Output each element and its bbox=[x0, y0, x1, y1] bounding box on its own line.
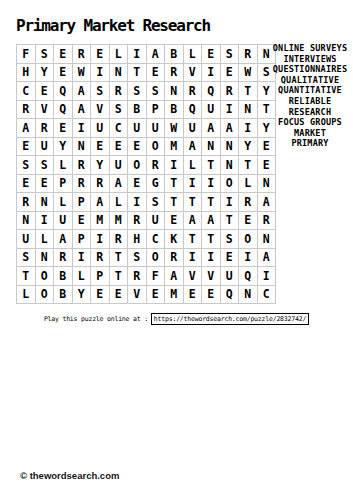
word-list-item: QUESTIONNAIRES bbox=[267, 64, 353, 75]
grid-cell: B bbox=[128, 101, 147, 120]
grid-cell: B bbox=[54, 286, 73, 305]
grid-cell: S bbox=[221, 230, 240, 249]
grid-cell: T bbox=[239, 82, 258, 101]
word-list-item: QUANTITATIVE bbox=[267, 85, 353, 96]
grid-cell: U bbox=[36, 138, 55, 157]
grid-cell: Y bbox=[73, 286, 92, 305]
word-list-item: MARKET bbox=[267, 128, 353, 139]
grid-cell: S bbox=[147, 193, 166, 212]
grid-cell: R bbox=[147, 156, 166, 175]
grid-cell: R bbox=[54, 249, 73, 268]
grid-cell: E bbox=[36, 82, 55, 101]
grid-cell: A bbox=[202, 212, 221, 231]
grid-cell: A bbox=[147, 45, 166, 64]
grid-cell: R bbox=[221, 82, 240, 101]
grid-cell: I bbox=[128, 193, 147, 212]
grid-cell: E bbox=[91, 138, 110, 157]
grid-cell: V bbox=[184, 64, 203, 83]
grid-cell: R bbox=[128, 212, 147, 231]
grid-cell: L bbox=[110, 193, 129, 212]
grid-cell: Y bbox=[36, 64, 55, 83]
grid-cell: P bbox=[54, 175, 73, 194]
grid-cell: N bbox=[73, 138, 92, 157]
grid-cell: T bbox=[184, 230, 203, 249]
word-list-item: INTERVIEWS bbox=[267, 54, 353, 65]
grid-cell: T bbox=[239, 156, 258, 175]
grid-cell: S bbox=[17, 156, 36, 175]
grid-cell: P bbox=[73, 193, 92, 212]
grid-cell: E bbox=[110, 138, 129, 157]
grid-cell: I bbox=[239, 249, 258, 268]
grid-cell: E bbox=[54, 64, 73, 83]
grid-cell: A bbox=[110, 175, 129, 194]
grid-cell: E bbox=[128, 175, 147, 194]
grid-cell: Y bbox=[91, 156, 110, 175]
grid-cell: Q bbox=[239, 267, 258, 286]
grid-cell: E bbox=[239, 212, 258, 231]
grid-cell: V bbox=[184, 267, 203, 286]
grid-cell: U bbox=[91, 119, 110, 138]
grid-cell: I bbox=[73, 119, 92, 138]
grid-cell: B bbox=[54, 267, 73, 286]
page: Primary Market Research FSERELIABLESRNHY… bbox=[0, 0, 353, 500]
grid-cell: S bbox=[17, 249, 36, 268]
grid-cell: A bbox=[258, 193, 277, 212]
grid-cell: U bbox=[17, 230, 36, 249]
grid-cell: R bbox=[73, 45, 92, 64]
word-list: ONLINE SURVEYSINTERVIEWSQUESTIONNAIRESQU… bbox=[267, 43, 353, 149]
grid-cell: S bbox=[36, 45, 55, 64]
grid-cell: H bbox=[17, 64, 36, 83]
grid-cell: N bbox=[36, 249, 55, 268]
grid-cell: O bbox=[221, 175, 240, 194]
grid-cell: T bbox=[110, 267, 129, 286]
grid-cell: E bbox=[36, 175, 55, 194]
grid-cell: R bbox=[110, 82, 129, 101]
grid-cell: F bbox=[17, 45, 36, 64]
grid-cell: A bbox=[184, 138, 203, 157]
grid-cell: P bbox=[73, 230, 92, 249]
grid-cell: E bbox=[184, 286, 203, 305]
grid-cell: E bbox=[91, 45, 110, 64]
grid-cell: I bbox=[202, 249, 221, 268]
grid-cell: S bbox=[147, 82, 166, 101]
grid-cell: A bbox=[202, 119, 221, 138]
grid-cell: O bbox=[36, 286, 55, 305]
grid-cell: N bbox=[239, 286, 258, 305]
grid-cell: E bbox=[128, 138, 147, 157]
word-list-item: RESEARCH bbox=[267, 107, 353, 118]
grid-cell: E bbox=[202, 45, 221, 64]
grid-cell: E bbox=[54, 119, 73, 138]
grid-cell: E bbox=[17, 138, 36, 157]
grid-cell: R bbox=[17, 101, 36, 120]
grid-cell: E bbox=[221, 249, 240, 268]
grid-cell: C bbox=[258, 286, 277, 305]
grid-cell: A bbox=[165, 267, 184, 286]
grid-cell: K bbox=[165, 230, 184, 249]
grid-cell: M bbox=[165, 138, 184, 157]
grid-cell: I bbox=[202, 175, 221, 194]
grid-cell: E bbox=[17, 175, 36, 194]
grid-cell: T bbox=[165, 175, 184, 194]
grid-cell: N bbox=[110, 64, 129, 83]
grid-cell: P bbox=[91, 267, 110, 286]
grid-cell: Q bbox=[221, 286, 240, 305]
grid-cell: I bbox=[128, 45, 147, 64]
grid-cell: W bbox=[239, 64, 258, 83]
grid-cell: L bbox=[184, 45, 203, 64]
grid-cell: L bbox=[110, 45, 129, 64]
word-list-item: ONLINE SURVEYS bbox=[267, 43, 353, 54]
grid-cell: O bbox=[147, 249, 166, 268]
grid-cell: G bbox=[147, 175, 166, 194]
grid-cell: T bbox=[128, 64, 147, 83]
grid-cell: E bbox=[54, 45, 73, 64]
grid-cell: R bbox=[73, 156, 92, 175]
grid-cell: Q bbox=[54, 82, 73, 101]
grid-cell: C bbox=[17, 82, 36, 101]
grid-cell: Q bbox=[202, 82, 221, 101]
grid-cell: R bbox=[258, 212, 277, 231]
grid-cell: I bbox=[36, 212, 55, 231]
grid-cell: V bbox=[91, 101, 110, 120]
grid-cell: A bbox=[184, 212, 203, 231]
grid-cell: A bbox=[73, 101, 92, 120]
grid-cell: T bbox=[202, 230, 221, 249]
grid-cell: U bbox=[184, 119, 203, 138]
grid-cell: E bbox=[91, 286, 110, 305]
word-list-item: FOCUS GROUPS bbox=[267, 117, 353, 128]
grid-cell: O bbox=[239, 230, 258, 249]
grid-cell: I bbox=[91, 64, 110, 83]
grid-cell: E bbox=[202, 286, 221, 305]
grid-cell: Y bbox=[54, 138, 73, 157]
grid-cell: E bbox=[165, 212, 184, 231]
grid-cell: O bbox=[36, 267, 55, 286]
grid-cell: C bbox=[110, 119, 129, 138]
grid-cell: S bbox=[91, 82, 110, 101]
grid-cell: B bbox=[165, 45, 184, 64]
grid-cell: R bbox=[165, 249, 184, 268]
word-list-item: QUALITATIVE bbox=[267, 75, 353, 86]
grid-cell: U bbox=[110, 156, 129, 175]
grid-cell: N bbox=[258, 175, 277, 194]
grid-cell: E bbox=[258, 156, 277, 175]
word-search-grid: FSERELIABLESRNHYEWINTERVIEWSCEQASRSSNRQR… bbox=[16, 44, 276, 304]
grid-cell: E bbox=[221, 64, 240, 83]
grid-cell: O bbox=[128, 156, 147, 175]
play-online-line: Play this puzzle online at :https://thew… bbox=[0, 313, 353, 325]
grid-cell: R bbox=[73, 175, 92, 194]
grid-cell: I bbox=[184, 175, 203, 194]
grid-cell: R bbox=[184, 82, 203, 101]
grid-cell: U bbox=[147, 212, 166, 231]
grid-cell: M bbox=[110, 212, 129, 231]
grid-cell: T bbox=[221, 212, 240, 231]
grid-cell: S bbox=[128, 82, 147, 101]
page-title: Primary Market Research bbox=[16, 16, 210, 36]
grid-cell: R bbox=[91, 175, 110, 194]
grid-cell: W bbox=[165, 119, 184, 138]
site-copyright: © thewordsearch.com bbox=[20, 470, 119, 481]
word-list-item: RELIABLE bbox=[267, 96, 353, 107]
play-online-text: Play this puzzle online at : bbox=[44, 315, 148, 323]
grid-cell: E bbox=[110, 286, 129, 305]
grid-cell: L bbox=[73, 267, 92, 286]
grid-cell: V bbox=[36, 101, 55, 120]
grid-cell: N bbox=[202, 138, 221, 157]
grid-cell: R bbox=[91, 249, 110, 268]
grid-cell: V bbox=[128, 286, 147, 305]
grid-cell: C bbox=[147, 230, 166, 249]
grid-cell: I bbox=[258, 267, 277, 286]
grid-cell: Q bbox=[184, 101, 203, 120]
grid-cell: L bbox=[239, 175, 258, 194]
grid-cell: A bbox=[258, 249, 277, 268]
grid-cell: N bbox=[239, 101, 258, 120]
word-list-item: PRIMARY bbox=[267, 138, 353, 149]
grid-cell: F bbox=[147, 267, 166, 286]
grid-cell: S bbox=[110, 101, 129, 120]
grid-cell: I bbox=[91, 230, 110, 249]
grid-cell: R bbox=[239, 193, 258, 212]
grid-cell: U bbox=[221, 267, 240, 286]
grid-cell: I bbox=[239, 119, 258, 138]
grid-cell: L bbox=[54, 156, 73, 175]
grid-cell: T bbox=[110, 249, 129, 268]
grid-cell: O bbox=[147, 138, 166, 157]
grid-cell: Y bbox=[239, 138, 258, 157]
grid-cell: I bbox=[221, 101, 240, 120]
grid-cell: A bbox=[73, 82, 92, 101]
grid-cell: T bbox=[202, 156, 221, 175]
grid-cell: U bbox=[202, 101, 221, 120]
grid-cell: A bbox=[54, 230, 73, 249]
grid-cell: A bbox=[91, 193, 110, 212]
grid-cell: E bbox=[147, 286, 166, 305]
grid-cell: R bbox=[110, 230, 129, 249]
grid-cell: A bbox=[221, 119, 240, 138]
grid-cell: N bbox=[221, 156, 240, 175]
grid-cell: U bbox=[54, 212, 73, 231]
grid-cell: N bbox=[17, 212, 36, 231]
grid-cell: S bbox=[128, 249, 147, 268]
grid-cell: I bbox=[202, 64, 221, 83]
puzzle-url-link[interactable]: https://thewordsearch.com/puzzle/2832742… bbox=[151, 313, 309, 325]
grid-cell: R bbox=[239, 45, 258, 64]
grid-cell: L bbox=[36, 230, 55, 249]
grid-cell: Q bbox=[54, 101, 73, 120]
grid-cell: L bbox=[54, 193, 73, 212]
grid-cell: E bbox=[147, 64, 166, 83]
grid-cell: B bbox=[165, 101, 184, 120]
grid-cell: R bbox=[165, 64, 184, 83]
grid-cell: S bbox=[36, 156, 55, 175]
grid-cell: T bbox=[202, 193, 221, 212]
grid-cell: E bbox=[73, 212, 92, 231]
grid-cell: W bbox=[73, 64, 92, 83]
grid-cell: N bbox=[165, 82, 184, 101]
grid-cell: N bbox=[221, 138, 240, 157]
grid-cell: U bbox=[128, 119, 147, 138]
grid-cell: T bbox=[184, 193, 203, 212]
grid-cell: T bbox=[165, 193, 184, 212]
grid-cell: L bbox=[184, 156, 203, 175]
grid-cell: H bbox=[128, 230, 147, 249]
grid-cell: N bbox=[36, 193, 55, 212]
grid-cell: R bbox=[17, 193, 36, 212]
grid-cell: P bbox=[147, 101, 166, 120]
grid-cell: I bbox=[221, 193, 240, 212]
grid-cell: I bbox=[73, 249, 92, 268]
grid-cell: M bbox=[165, 286, 184, 305]
grid-cell: R bbox=[128, 267, 147, 286]
grid-cell: V bbox=[202, 267, 221, 286]
grid-cell: U bbox=[147, 119, 166, 138]
grid-cell: M bbox=[91, 212, 110, 231]
grid-cell: T bbox=[17, 267, 36, 286]
grid-cell: L bbox=[17, 286, 36, 305]
grid-cell: N bbox=[258, 230, 277, 249]
grid-cell: A bbox=[17, 119, 36, 138]
grid-cell: I bbox=[184, 249, 203, 268]
grid-cell: S bbox=[221, 45, 240, 64]
grid-cell: I bbox=[165, 156, 184, 175]
grid-cell: R bbox=[36, 119, 55, 138]
